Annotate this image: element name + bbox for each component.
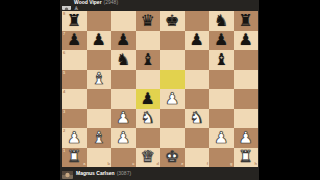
square-b2[interactable]: ♝: [87, 128, 112, 148]
square-f1[interactable]: f: [185, 148, 210, 168]
black-pawn-piece[interactable]: ♟: [62, 31, 87, 51]
white-pawn-piece[interactable]: ♟: [209, 128, 234, 148]
coord-file-g: g: [230, 162, 232, 166]
square-f4[interactable]: [185, 89, 210, 109]
square-e4[interactable]: ♟: [160, 89, 185, 109]
black-pawn-piece[interactable]: ♟: [234, 31, 259, 51]
square-g5[interactable]: [209, 70, 234, 90]
square-e3[interactable]: [160, 109, 185, 129]
square-e2[interactable]: [160, 128, 185, 148]
black-pawn-piece[interactable]: ♟: [185, 31, 210, 51]
square-d6[interactable]: ♝: [136, 50, 161, 70]
black-pawn-piece[interactable]: ♟: [111, 31, 136, 51]
square-b1[interactable]: b: [87, 148, 112, 168]
square-f3[interactable]: ♞: [185, 109, 210, 129]
square-e5[interactable]: [160, 70, 185, 90]
square-f7[interactable]: ♟: [185, 31, 210, 51]
coord-rank-6: 6: [63, 51, 65, 55]
white-pawn-piece[interactable]: ♟: [234, 128, 259, 148]
square-e7[interactable]: [160, 31, 185, 51]
square-a5[interactable]: 5: [62, 70, 87, 90]
square-g8[interactable]: ♞: [209, 11, 234, 31]
white-pawn-piece[interactable]: ♟: [62, 128, 87, 148]
black-knight-piece[interactable]: ♞: [209, 11, 234, 31]
square-a4[interactable]: 4: [62, 89, 87, 109]
square-a7[interactable]: 7♟: [62, 31, 87, 51]
white-knight-piece[interactable]: ♞: [185, 109, 210, 129]
white-rook-piece[interactable]: ♜: [234, 148, 259, 168]
coord-rank-3: 3: [63, 110, 65, 114]
square-h8[interactable]: ♜: [234, 11, 259, 31]
square-b3[interactable]: [87, 109, 112, 129]
coord-rank-4: 4: [63, 90, 65, 94]
white-pawn-piece[interactable]: ♟: [111, 109, 136, 129]
square-g4[interactable]: [209, 89, 234, 109]
square-h2[interactable]: ♟: [234, 128, 259, 148]
square-d3[interactable]: ♞: [136, 109, 161, 129]
coord-file-c: c: [132, 162, 134, 166]
square-g7[interactable]: ♟: [209, 31, 234, 51]
white-bishop-piece[interactable]: ♝: [87, 128, 112, 148]
square-g6[interactable]: ♝: [209, 50, 234, 70]
square-g3[interactable]: [209, 109, 234, 129]
square-f2[interactable]: [185, 128, 210, 148]
square-d1[interactable]: d♛: [136, 148, 161, 168]
square-f5[interactable]: [185, 70, 210, 90]
square-c1[interactable]: c: [111, 148, 136, 168]
square-a3[interactable]: 3: [62, 109, 87, 129]
black-knight-piece[interactable]: ♞: [111, 50, 136, 70]
letterbox-left: [0, 0, 60, 180]
square-c8[interactable]: [111, 11, 136, 31]
square-d2[interactable]: [136, 128, 161, 148]
square-e8[interactable]: ♚: [160, 11, 185, 31]
square-d7[interactable]: [136, 31, 161, 51]
white-king-piece[interactable]: ♚: [160, 148, 185, 168]
square-g2[interactable]: ♟: [209, 128, 234, 148]
square-a8[interactable]: 8♜: [62, 11, 87, 31]
black-rook-piece[interactable]: ♜: [62, 11, 87, 31]
square-c2[interactable]: ♟: [111, 128, 136, 148]
square-d5[interactable]: [136, 70, 161, 90]
square-c6[interactable]: ♞: [111, 50, 136, 70]
top-player-name[interactable]: Wood Viper: [74, 0, 102, 5]
square-a6[interactable]: 6: [62, 50, 87, 70]
black-pawn-piece[interactable]: ♟: [87, 31, 112, 51]
white-pawn-piece[interactable]: ♟: [111, 128, 136, 148]
black-pawn-piece[interactable]: ♟: [136, 89, 161, 109]
square-c7[interactable]: ♟: [111, 31, 136, 51]
square-f6[interactable]: [185, 50, 210, 70]
bottom-player-bar: Magnus Carlsen (3087): [60, 167, 259, 180]
square-h1[interactable]: h♜: [234, 148, 259, 168]
top-player-bar: Wood Viper (2948) ♙: [60, 0, 259, 11]
black-bishop-piece[interactable]: ♝: [136, 50, 161, 70]
square-a1[interactable]: 1a♜: [62, 148, 87, 168]
square-h4[interactable]: [234, 89, 259, 109]
game-view: Wood Viper (2948) ♙ 8♜♛♚♞♜7♟♟♟♟♟♟6♞♝♝5♝4…: [60, 0, 259, 180]
coord-file-f: f: [207, 162, 208, 166]
square-d4[interactable]: ♟: [136, 89, 161, 109]
square-b6[interactable]: [87, 50, 112, 70]
square-g1[interactable]: g: [209, 148, 234, 168]
top-player-avatar[interactable]: [62, 1, 71, 10]
white-rook-piece[interactable]: ♜: [62, 148, 87, 168]
square-b7[interactable]: ♟: [87, 31, 112, 51]
coord-rank-5: 5: [63, 71, 65, 75]
square-e1[interactable]: e♚: [160, 148, 185, 168]
bottom-player-rating: (3087): [117, 171, 131, 176]
chess-board: 8♜♛♚♞♜7♟♟♟♟♟♟6♞♝♝5♝4♟♟3♟♞♞2♟♝♟♟♟1a♜bcd♛e…: [62, 11, 258, 167]
black-rook-piece[interactable]: ♜: [234, 11, 259, 31]
black-king-piece[interactable]: ♚: [160, 11, 185, 31]
square-a2[interactable]: 2♟: [62, 128, 87, 148]
square-b8[interactable]: [87, 11, 112, 31]
square-b4[interactable]: [87, 89, 112, 109]
square-f8[interactable]: [185, 11, 210, 31]
white-knight-piece[interactable]: ♞: [136, 109, 161, 129]
black-pawn-piece[interactable]: ♟: [209, 31, 234, 51]
square-h5[interactable]: [234, 70, 259, 90]
white-pawn-piece[interactable]: ♟: [160, 89, 185, 109]
bottom-player-avatar[interactable]: [62, 168, 73, 179]
square-e6[interactable]: [160, 50, 185, 70]
letterbox-right: [259, 0, 320, 180]
square-h7[interactable]: ♟: [234, 31, 259, 51]
square-c3[interactable]: ♟: [111, 109, 136, 129]
square-b5[interactable]: ♝: [87, 70, 112, 90]
white-bishop-piece[interactable]: ♝: [87, 70, 112, 90]
top-player-rating: (2948): [104, 0, 118, 5]
coord-file-b: b: [108, 162, 110, 166]
square-d8[interactable]: ♛: [136, 11, 161, 31]
square-c5[interactable]: [111, 70, 136, 90]
square-c4[interactable]: [111, 89, 136, 109]
bottom-player-name[interactable]: Magnus Carlsen: [76, 171, 115, 176]
square-h3[interactable]: [234, 109, 259, 129]
square-h6[interactable]: [234, 50, 259, 70]
black-bishop-piece[interactable]: ♝: [209, 50, 234, 70]
white-queen-piece[interactable]: ♛: [136, 148, 161, 168]
black-queen-piece[interactable]: ♛: [136, 11, 161, 31]
